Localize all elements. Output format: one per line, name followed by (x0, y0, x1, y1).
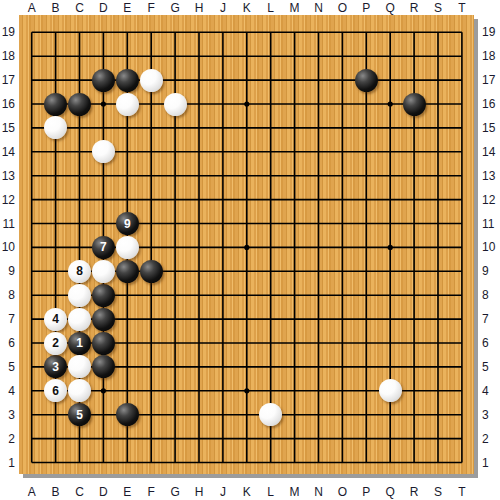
star-point-k10 (244, 245, 249, 250)
white-stone-c7 (68, 308, 91, 331)
col-label-top-j: J (210, 1, 236, 15)
col-label-bottom-a: A (19, 485, 45, 499)
row-label-left-13: 13 (0, 169, 15, 183)
row-label-right-3: 3 (482, 408, 500, 422)
col-label-bottom-q: Q (377, 485, 403, 499)
row-label-right-6: 6 (482, 336, 500, 350)
black-stone-d7 (92, 308, 115, 331)
row-label-left-7: 7 (0, 312, 15, 326)
white-stone-q4 (379, 379, 402, 402)
black-stone-d8 (92, 284, 115, 307)
star-point-q16 (388, 101, 393, 106)
star-point-d4 (101, 388, 106, 393)
row-label-right-15: 15 (482, 121, 500, 135)
col-label-top-a: A (19, 1, 45, 15)
row-label-right-14: 14 (482, 145, 500, 159)
white-stone-d9 (92, 260, 115, 283)
row-label-left-17: 17 (0, 73, 15, 87)
white-stone-c8 (68, 284, 91, 307)
col-label-bottom-h: H (186, 485, 212, 499)
row-label-left-3: 3 (0, 408, 15, 422)
col-label-bottom-t: T (449, 485, 475, 499)
row-label-left-18: 18 (0, 49, 15, 63)
col-label-top-s: S (425, 1, 451, 15)
row-label-left-4: 4 (0, 384, 15, 398)
row-label-right-11: 11 (482, 217, 500, 231)
black-stone-e9 (116, 260, 139, 283)
black-stone-e17 (116, 69, 139, 92)
col-label-bottom-m: M (282, 485, 308, 499)
row-label-left-2: 2 (0, 432, 15, 446)
row-label-left-5: 5 (0, 360, 15, 374)
row-label-left-6: 6 (0, 336, 15, 350)
col-label-top-q: Q (377, 1, 403, 15)
col-label-top-c: C (67, 1, 93, 15)
white-stone-e16 (116, 93, 139, 116)
col-label-top-d: D (90, 1, 116, 15)
black-stone-d17 (92, 69, 115, 92)
row-label-right-1: 1 (482, 456, 500, 470)
star-point-q10 (388, 245, 393, 250)
star-point-k16 (244, 101, 249, 106)
col-label-bottom-d: D (90, 485, 116, 499)
col-label-top-n: N (306, 1, 332, 15)
row-label-right-7: 7 (482, 312, 500, 326)
black-stone-p17 (355, 69, 378, 92)
row-label-left-8: 8 (0, 288, 15, 302)
black-stone-d10-move-7: 7 (92, 236, 115, 259)
col-label-top-k: K (234, 1, 260, 15)
col-label-top-r: R (401, 1, 427, 15)
row-label-left-19: 19 (0, 25, 15, 39)
white-stone-e10 (116, 236, 139, 259)
row-label-left-14: 14 (0, 145, 15, 159)
col-label-bottom-s: S (425, 485, 451, 499)
star-point-d16 (101, 101, 106, 106)
row-label-right-16: 16 (482, 97, 500, 111)
row-label-right-17: 17 (482, 73, 500, 87)
row-label-left-11: 11 (0, 217, 15, 231)
col-label-top-e: E (114, 1, 140, 15)
col-label-bottom-c: C (67, 485, 93, 499)
row-label-left-16: 16 (0, 97, 15, 111)
black-stone-d6 (92, 332, 115, 355)
row-label-left-12: 12 (0, 193, 15, 207)
black-stone-c6-move-1: 1 (68, 332, 91, 355)
black-stone-b16 (44, 93, 67, 116)
col-label-bottom-o: O (329, 485, 355, 499)
black-stone-c16 (68, 93, 91, 116)
col-label-bottom-e: E (114, 485, 140, 499)
col-label-top-f: F (138, 1, 164, 15)
black-stone-e3 (116, 403, 139, 426)
col-label-top-b: B (43, 1, 69, 15)
col-label-bottom-k: K (234, 485, 260, 499)
black-stone-f9 (140, 260, 163, 283)
col-label-top-t: T (449, 1, 475, 15)
row-label-right-12: 12 (482, 193, 500, 207)
row-label-right-2: 2 (482, 432, 500, 446)
col-label-top-g: G (162, 1, 188, 15)
col-label-top-h: H (186, 1, 212, 15)
col-label-top-o: O (329, 1, 355, 15)
row-label-right-10: 10 (482, 240, 500, 254)
black-stone-r16 (403, 93, 426, 116)
go-board-viewer: 971358426 AABBCCDDEEFFGGHHJJKKLLMMNNOOPP… (0, 0, 500, 500)
col-label-top-m: M (282, 1, 308, 15)
row-label-right-19: 19 (482, 25, 500, 39)
col-label-bottom-g: G (162, 485, 188, 499)
col-label-bottom-n: N (306, 485, 332, 499)
row-label-left-15: 15 (0, 121, 15, 135)
col-label-top-l: L (258, 1, 284, 15)
white-stone-b6-move-2: 2 (44, 332, 67, 355)
col-label-bottom-l: L (258, 485, 284, 499)
row-label-left-1: 1 (0, 456, 15, 470)
col-label-bottom-p: P (353, 485, 379, 499)
col-label-bottom-j: J (210, 485, 236, 499)
go-board[interactable]: 971358426 (19, 15, 474, 474)
white-stone-b7-move-4: 4 (44, 308, 67, 331)
col-label-bottom-b: B (43, 485, 69, 499)
col-label-bottom-f: F (138, 485, 164, 499)
white-stone-c9-move-8: 8 (68, 260, 91, 283)
row-label-left-9: 9 (0, 264, 15, 278)
col-label-bottom-r: R (401, 485, 427, 499)
row-label-right-13: 13 (482, 169, 500, 183)
row-label-left-10: 10 (0, 240, 15, 254)
white-stone-g16 (164, 93, 187, 116)
row-label-right-4: 4 (482, 384, 500, 398)
white-stone-f17 (140, 69, 163, 92)
row-label-right-18: 18 (482, 49, 500, 63)
star-point-k4 (244, 388, 249, 393)
black-stone-e11-move-9: 9 (116, 212, 139, 235)
row-label-right-9: 9 (482, 264, 500, 278)
col-label-top-p: P (353, 1, 379, 15)
row-label-right-5: 5 (482, 360, 500, 374)
row-label-right-8: 8 (482, 288, 500, 302)
